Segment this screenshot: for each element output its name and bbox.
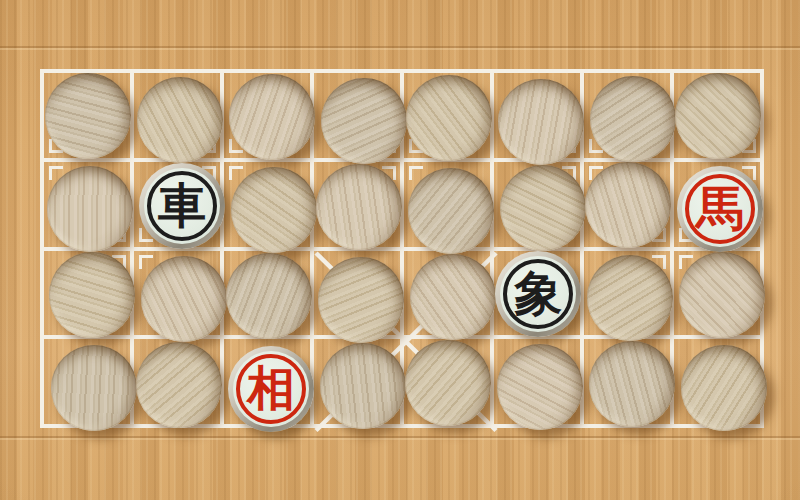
point-marker-hook <box>409 166 423 180</box>
piece-face: 車 <box>144 168 220 244</box>
face-down-piece[interactable] <box>49 252 135 338</box>
piece-character: 車 <box>158 181 206 229</box>
piece-character: 馬 <box>696 184 744 232</box>
face-down-piece[interactable] <box>229 74 315 160</box>
face-down-piece[interactable] <box>408 168 494 254</box>
grid-line-horizontal <box>44 158 760 162</box>
face-down-piece[interactable] <box>590 76 676 162</box>
face-down-piece[interactable] <box>405 340 491 426</box>
face-down-piece[interactable] <box>141 256 227 342</box>
face-down-piece[interactable] <box>321 78 407 164</box>
face-down-piece[interactable] <box>589 341 675 427</box>
wood-seam <box>0 46 800 48</box>
revealed-piece-black-chariot[interactable]: 車 <box>139 163 225 249</box>
piece-face: 相 <box>233 351 309 427</box>
face-down-piece[interactable] <box>320 343 406 429</box>
face-down-piece[interactable] <box>681 345 767 431</box>
banqi-board: 車馬象相 <box>40 69 764 428</box>
face-down-piece[interactable] <box>406 75 492 161</box>
face-down-piece[interactable] <box>500 165 586 251</box>
point-marker-hook <box>139 255 153 269</box>
revealed-piece-black-elephant[interactable]: 象 <box>495 251 581 337</box>
face-down-piece[interactable] <box>410 254 496 340</box>
face-down-piece[interactable] <box>136 342 222 428</box>
piece-character: 象 <box>514 269 562 317</box>
face-down-piece[interactable] <box>318 257 404 343</box>
face-down-piece[interactable] <box>498 79 584 165</box>
revealed-piece-red-horse[interactable]: 馬 <box>677 166 763 252</box>
face-down-piece[interactable] <box>47 166 133 252</box>
wood-seam <box>0 436 800 438</box>
face-down-piece[interactable] <box>675 73 761 159</box>
wood-table-background: 車馬象相 <box>0 0 800 500</box>
face-down-piece[interactable] <box>51 345 137 431</box>
face-down-piece[interactable] <box>316 164 402 250</box>
face-down-piece[interactable] <box>231 167 317 253</box>
face-down-piece[interactable] <box>497 344 583 430</box>
grid-line-horizontal <box>44 247 760 251</box>
face-down-piece[interactable] <box>226 253 312 339</box>
point-marker-hook <box>229 166 243 180</box>
revealed-piece-red-minister[interactable]: 相 <box>228 346 314 432</box>
piece-character: 相 <box>247 364 295 412</box>
face-down-piece[interactable] <box>585 162 671 248</box>
face-down-piece[interactable] <box>679 252 765 338</box>
face-down-piece[interactable] <box>45 73 131 159</box>
face-down-piece[interactable] <box>587 255 673 341</box>
piece-face: 象 <box>500 256 576 332</box>
piece-face: 馬 <box>682 171 758 247</box>
grid-line-horizontal <box>44 335 760 339</box>
face-down-piece[interactable] <box>137 77 223 163</box>
